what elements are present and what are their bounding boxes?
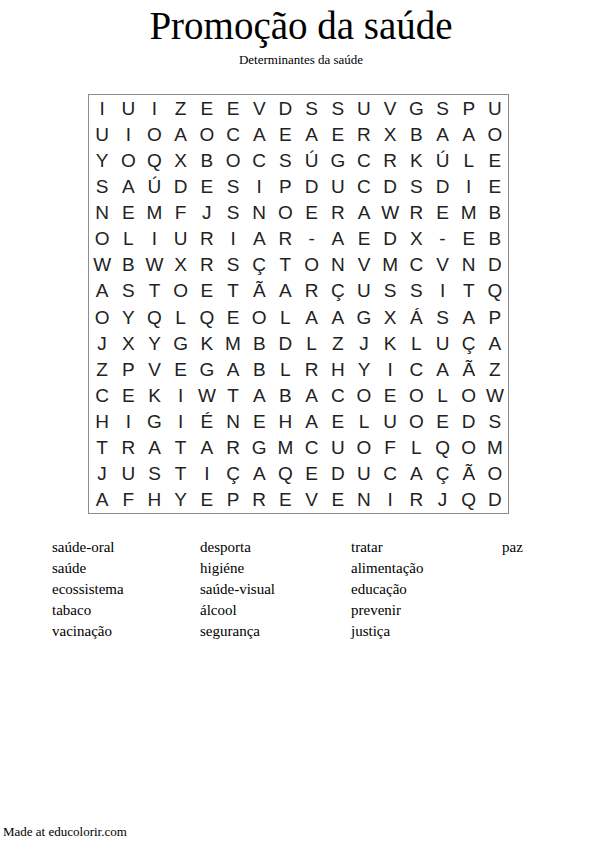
- grid-cell: A: [299, 409, 325, 435]
- grid-cell: S: [220, 173, 246, 199]
- grid-cell: O: [456, 382, 482, 408]
- grid-cell: C: [299, 435, 325, 461]
- grid-cell: X: [403, 226, 429, 252]
- grid-cell: E: [325, 121, 351, 147]
- grid-cell: Y: [141, 330, 167, 356]
- grid-cell: N: [325, 252, 351, 278]
- grid-cell: Ú: [429, 147, 455, 173]
- word-list-item: tabaco: [52, 600, 124, 621]
- grid-cell: L: [403, 435, 429, 461]
- word-list-item: ecossistema: [52, 579, 124, 600]
- grid-cell: G: [351, 304, 377, 330]
- grid-cell: S: [220, 200, 246, 226]
- grid-cell: S: [482, 409, 508, 435]
- grid-cell: E: [220, 304, 246, 330]
- grid-cell: Z: [168, 95, 194, 121]
- grid-cell: A: [351, 200, 377, 226]
- grid-cell: V: [246, 95, 272, 121]
- grid-cell: O: [351, 435, 377, 461]
- grid-cell: J: [351, 330, 377, 356]
- grid-cell: K: [194, 330, 220, 356]
- grid-cell: V: [429, 252, 455, 278]
- grid-cell: I: [168, 409, 194, 435]
- grid-cell: O: [246, 304, 272, 330]
- word-search-grid: IUIZEEVDSSUVGSPUUIOAOCAEAERXBAAOYOQXBOCS…: [88, 94, 509, 514]
- grid-cell: S: [429, 95, 455, 121]
- grid-cell: R: [272, 226, 298, 252]
- grid-cell: P: [482, 304, 508, 330]
- grid-cell: T: [141, 278, 167, 304]
- grid-cell: G: [246, 435, 272, 461]
- word-list-item: tratar: [351, 537, 423, 558]
- word-list-column: desportahigiénesaúde-visualálcoolseguran…: [200, 537, 275, 642]
- grid-cell: A: [429, 356, 455, 382]
- word-list-item: educação: [351, 579, 423, 600]
- grid-cell: Ç: [246, 252, 272, 278]
- grid-cell: R: [194, 252, 220, 278]
- grid-cell: R: [351, 121, 377, 147]
- grid-cell: O: [403, 409, 429, 435]
- grid-cell: S: [429, 304, 455, 330]
- grid-cell: W: [89, 252, 115, 278]
- grid-cell: O: [141, 121, 167, 147]
- grid-cell: Y: [351, 356, 377, 382]
- grid-cell: O: [194, 121, 220, 147]
- page-subtitle: Determinantes da saúde: [0, 52, 602, 68]
- grid-cell: I: [168, 382, 194, 408]
- grid-cell: Ç: [220, 461, 246, 487]
- grid-cell: S: [272, 147, 298, 173]
- grid-cell: U: [377, 409, 403, 435]
- word-list-item: segurança: [200, 621, 275, 642]
- grid-cell: B: [246, 356, 272, 382]
- grid-cell: G: [194, 356, 220, 382]
- grid-cell: J: [89, 330, 115, 356]
- grid-cell: N: [89, 200, 115, 226]
- grid-cell: B: [482, 200, 508, 226]
- grid-cell: L: [429, 382, 455, 408]
- word-list-item: saúde: [52, 558, 124, 579]
- grid-cell: I: [429, 278, 455, 304]
- grid-cell: A: [246, 226, 272, 252]
- grid-cell: R: [403, 200, 429, 226]
- grid-cell: T: [168, 461, 194, 487]
- grid-cell: A: [325, 304, 351, 330]
- grid-cell: N: [456, 252, 482, 278]
- grid-cell: B: [272, 382, 298, 408]
- grid-cell: H: [89, 409, 115, 435]
- grid-cell: O: [351, 382, 377, 408]
- grid-cell: R: [299, 278, 325, 304]
- grid-cell: A: [456, 121, 482, 147]
- grid-cell: A: [89, 487, 115, 513]
- grid-cell: E: [194, 487, 220, 513]
- grid-cell: Q: [429, 435, 455, 461]
- grid-cell: R: [115, 435, 141, 461]
- grid-cell: D: [272, 95, 298, 121]
- grid-cell: C: [403, 252, 429, 278]
- grid-cell: A: [482, 330, 508, 356]
- grid-cell: O: [272, 200, 298, 226]
- word-list-item: paz: [502, 537, 523, 558]
- grid-cell: B: [115, 252, 141, 278]
- grid-cell: W: [482, 382, 508, 408]
- grid-cell: K: [403, 147, 429, 173]
- grid-cell: P: [456, 95, 482, 121]
- grid-cell: E: [194, 95, 220, 121]
- grid-cell: R: [377, 147, 403, 173]
- grid-cell: Ã: [456, 461, 482, 487]
- grid-cell: A: [299, 382, 325, 408]
- grid-cell: Y: [89, 147, 115, 173]
- grid-cell: O: [115, 147, 141, 173]
- grid-cell: T: [220, 382, 246, 408]
- grid-cell: S: [299, 95, 325, 121]
- grid-cell: Z: [482, 356, 508, 382]
- grid-cell: L: [115, 226, 141, 252]
- grid-cell: A: [194, 435, 220, 461]
- grid-cell: D: [377, 173, 403, 199]
- grid-cell: C: [325, 382, 351, 408]
- grid-cell: A: [168, 121, 194, 147]
- grid-cell: D: [456, 409, 482, 435]
- grid-cell: O: [456, 435, 482, 461]
- grid-cell: T: [456, 278, 482, 304]
- grid-cell: O: [403, 382, 429, 408]
- grid-cell: M: [220, 330, 246, 356]
- grid-cell: Y: [115, 304, 141, 330]
- grid-cell: I: [89, 95, 115, 121]
- grid-cell: U: [168, 226, 194, 252]
- grid-cell: G: [325, 147, 351, 173]
- grid-cell: O: [220, 147, 246, 173]
- grid-cell: A: [115, 173, 141, 199]
- grid-cell: I: [115, 409, 141, 435]
- grid-cell: C: [377, 461, 403, 487]
- grid-cell: R: [299, 356, 325, 382]
- word-list-item: alimentação: [351, 558, 423, 579]
- grid-cell: I: [141, 226, 167, 252]
- grid-cell: U: [115, 461, 141, 487]
- word-list-item: saúde-visual: [200, 579, 275, 600]
- grid-cell: B: [482, 226, 508, 252]
- grid-cell: I: [141, 95, 167, 121]
- grid-cell: C: [351, 173, 377, 199]
- grid-cell: T: [272, 252, 298, 278]
- grid-cell: D: [325, 461, 351, 487]
- word-list-item: álcool: [200, 600, 275, 621]
- grid-cell: H: [141, 487, 167, 513]
- grid-cell: E: [220, 95, 246, 121]
- grid-cell: X: [115, 330, 141, 356]
- grid-cell: E: [325, 409, 351, 435]
- grid-cell: E: [168, 356, 194, 382]
- grid-cell: Ã: [456, 356, 482, 382]
- grid-cell: P: [115, 356, 141, 382]
- grid-cell: M: [482, 435, 508, 461]
- grid-cell: J: [429, 487, 455, 513]
- grid-cell: C: [351, 147, 377, 173]
- grid-cell: -: [429, 226, 455, 252]
- grid-cell: V: [141, 356, 167, 382]
- credit-line: Made at educolorir.com: [3, 824, 127, 840]
- grid-cell: E: [272, 487, 298, 513]
- grid-cell: E: [246, 409, 272, 435]
- grid-cell: Q: [456, 487, 482, 513]
- grid-cell: O: [482, 121, 508, 147]
- grid-cell: A: [403, 461, 429, 487]
- grid-cell: E: [194, 278, 220, 304]
- grid-cell: B: [403, 121, 429, 147]
- grid-cell: D: [482, 252, 508, 278]
- grid-cell: Ã: [246, 278, 272, 304]
- grid-cell: E: [377, 382, 403, 408]
- grid-cell: C: [89, 382, 115, 408]
- grid-cell: X: [377, 121, 403, 147]
- grid-cell: X: [377, 304, 403, 330]
- grid-cell: V: [377, 95, 403, 121]
- grid-cell: F: [115, 487, 141, 513]
- grid-cell: E: [482, 173, 508, 199]
- grid-cell: Ç: [456, 330, 482, 356]
- grid-cell: R: [403, 487, 429, 513]
- grid-cell: Ú: [141, 173, 167, 199]
- grid-cell: I: [377, 356, 403, 382]
- grid-cell: S: [89, 173, 115, 199]
- word-list-item: higiéne: [200, 558, 275, 579]
- grid-cell: U: [351, 95, 377, 121]
- grid-cell: D: [299, 173, 325, 199]
- grid-cell: H: [272, 409, 298, 435]
- grid-cell: D: [377, 226, 403, 252]
- grid-cell: E: [272, 121, 298, 147]
- grid-cell: I: [115, 121, 141, 147]
- grid-cell: F: [168, 200, 194, 226]
- grid-cell: O: [299, 252, 325, 278]
- grid-cell: W: [377, 200, 403, 226]
- grid-cell: I: [456, 173, 482, 199]
- word-list-column: saúde-oralsaúdeecossistematabacovacinaçã…: [52, 537, 124, 642]
- grid-cell: Ú: [299, 147, 325, 173]
- grid-cell: S: [377, 278, 403, 304]
- grid-cell: A: [89, 278, 115, 304]
- grid-cell: U: [351, 461, 377, 487]
- grid-cell: N: [220, 409, 246, 435]
- grid-cell: A: [299, 304, 325, 330]
- grid-cell: -: [299, 226, 325, 252]
- page-title: Promoção da saúde: [0, 5, 602, 48]
- grid-cell: V: [351, 252, 377, 278]
- grid-cell: T: [220, 278, 246, 304]
- grid-cell: S: [325, 95, 351, 121]
- grid-cell: N: [246, 200, 272, 226]
- word-list-item: prevenir: [351, 600, 423, 621]
- grid-cell: U: [115, 95, 141, 121]
- grid-cell: L: [299, 330, 325, 356]
- grid-cell: M: [141, 200, 167, 226]
- grid-cell: E: [456, 226, 482, 252]
- grid-cell: C: [403, 356, 429, 382]
- grid-cell: O: [482, 461, 508, 487]
- grid-cell: O: [89, 226, 115, 252]
- grid-cell: C: [220, 121, 246, 147]
- grid-cell: E: [299, 200, 325, 226]
- grid-cell: P: [220, 487, 246, 513]
- grid-cell: K: [377, 330, 403, 356]
- grid-cell: E: [299, 461, 325, 487]
- grid-cell: Q: [482, 278, 508, 304]
- grid-cell: R: [194, 226, 220, 252]
- grid-cell: L: [272, 304, 298, 330]
- grid-cell: C: [246, 147, 272, 173]
- grid-cell: E: [115, 382, 141, 408]
- grid-cell: N: [351, 487, 377, 513]
- grid-cell: A: [141, 435, 167, 461]
- grid-cell: L: [456, 147, 482, 173]
- grid-cell: A: [456, 304, 482, 330]
- grid-cell: Q: [141, 147, 167, 173]
- grid-cell: Y: [168, 487, 194, 513]
- grid-cell: A: [325, 226, 351, 252]
- grid-cell: X: [168, 147, 194, 173]
- grid-cell: G: [168, 330, 194, 356]
- grid-cell: S: [115, 278, 141, 304]
- grid-cell: A: [220, 356, 246, 382]
- grid-cell: O: [168, 278, 194, 304]
- grid-cell: U: [325, 435, 351, 461]
- grid-cell: F: [377, 435, 403, 461]
- grid-cell: L: [403, 330, 429, 356]
- grid-cell: Z: [325, 330, 351, 356]
- grid-cell: E: [429, 200, 455, 226]
- word-list-item: vacinação: [52, 621, 124, 642]
- grid-cell: U: [482, 95, 508, 121]
- grid-cell: U: [89, 121, 115, 147]
- grid-cell: Z: [89, 356, 115, 382]
- grid-cell: A: [246, 382, 272, 408]
- grid-cell: R: [325, 200, 351, 226]
- grid-cell: S: [403, 173, 429, 199]
- grid-cell: T: [89, 435, 115, 461]
- grid-cell: D: [272, 330, 298, 356]
- grid-cell: A: [299, 121, 325, 147]
- grid-cell: D: [482, 487, 508, 513]
- grid-cell: A: [246, 121, 272, 147]
- grid-cell: E: [482, 147, 508, 173]
- grid-cell: K: [141, 382, 167, 408]
- grid-cell: R: [220, 435, 246, 461]
- grid-cell: E: [325, 487, 351, 513]
- grid-cell: U: [351, 278, 377, 304]
- grid-cell: Ç: [325, 278, 351, 304]
- grid-cell: U: [429, 330, 455, 356]
- grid-cell: S: [220, 252, 246, 278]
- grid-cell: I: [377, 487, 403, 513]
- grid-cell: A: [429, 121, 455, 147]
- word-list-column: trataralimentaçãoeducaçãoprevenirjustiça: [351, 537, 423, 642]
- grid-cell: S: [403, 278, 429, 304]
- grid-cell: X: [168, 252, 194, 278]
- grid-cell: Q: [194, 304, 220, 330]
- grid-cell: D: [429, 173, 455, 199]
- grid-cell: H: [325, 356, 351, 382]
- grid-cell: A: [246, 461, 272, 487]
- grid-cell: R: [246, 487, 272, 513]
- grid-cell: D: [168, 173, 194, 199]
- grid-cell: I: [194, 461, 220, 487]
- grid-cell: G: [141, 409, 167, 435]
- grid-cell: I: [220, 226, 246, 252]
- grid-cell: M: [377, 252, 403, 278]
- grid-cell: A: [272, 278, 298, 304]
- grid-cell: Ç: [429, 461, 455, 487]
- grid-cell: G: [403, 95, 429, 121]
- grid-cell: W: [141, 252, 167, 278]
- grid-cell: L: [272, 356, 298, 382]
- grid-cell: E: [351, 226, 377, 252]
- grid-cell: Á: [403, 304, 429, 330]
- grid-cell: I: [246, 173, 272, 199]
- word-list-item: desporta: [200, 537, 275, 558]
- grid-cell: M: [272, 435, 298, 461]
- grid-cell: E: [429, 409, 455, 435]
- grid-cell: P: [272, 173, 298, 199]
- grid-cell: S: [141, 461, 167, 487]
- word-list-column: paz: [502, 537, 523, 558]
- grid-cell: É: [194, 409, 220, 435]
- word-list-item: justiça: [351, 621, 423, 642]
- grid-cell: L: [168, 304, 194, 330]
- grid-cell: Q: [141, 304, 167, 330]
- grid-cell: Q: [272, 461, 298, 487]
- grid-cell: E: [194, 173, 220, 199]
- grid-cell: L: [351, 409, 377, 435]
- grid-cell: J: [194, 200, 220, 226]
- grid-cell: T: [168, 435, 194, 461]
- word-list-item: saúde-oral: [52, 537, 124, 558]
- grid-cell: B: [194, 147, 220, 173]
- grid-cell: V: [299, 487, 325, 513]
- grid-cell: U: [325, 173, 351, 199]
- grid-cell: E: [115, 200, 141, 226]
- grid-cell: O: [89, 304, 115, 330]
- grid-cell: B: [246, 330, 272, 356]
- grid-cell: M: [456, 200, 482, 226]
- grid-cell: W: [194, 382, 220, 408]
- grid-cell: J: [89, 461, 115, 487]
